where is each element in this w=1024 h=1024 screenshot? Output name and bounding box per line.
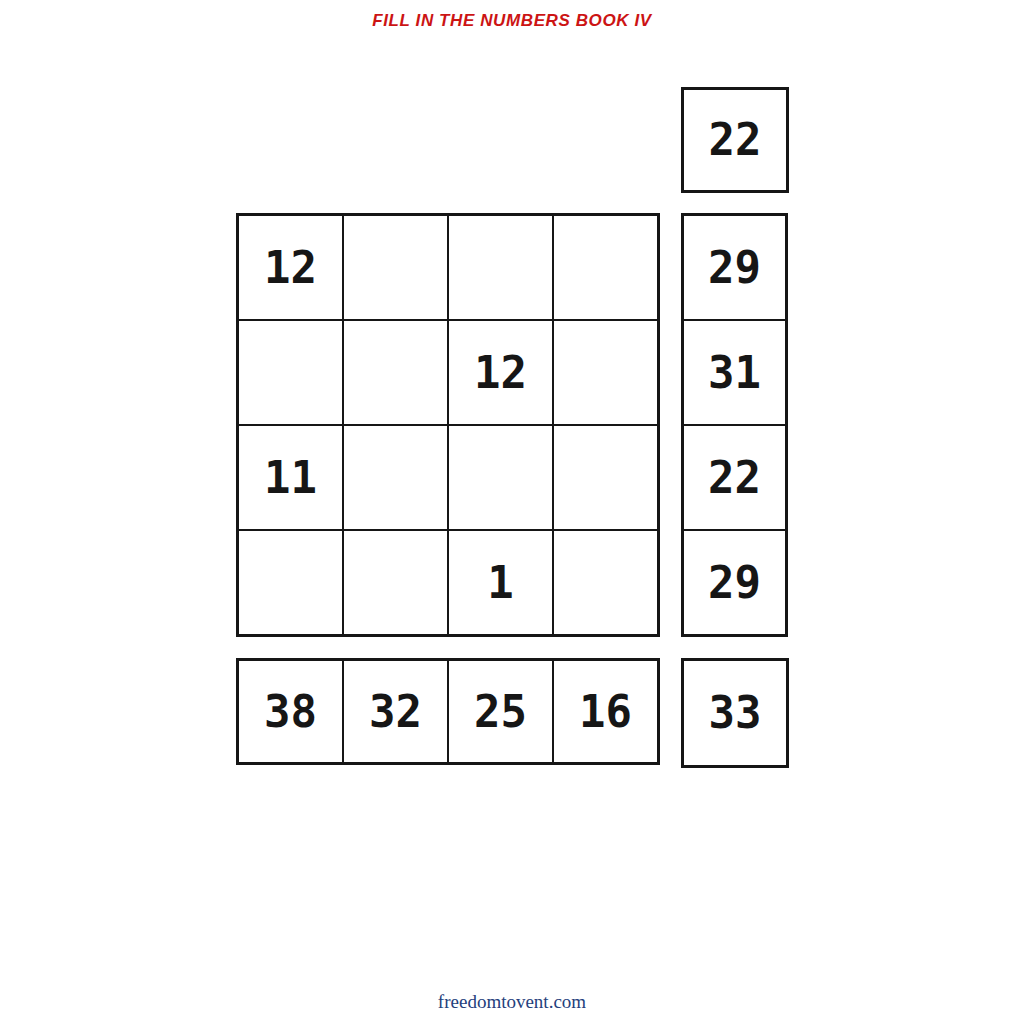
row-sum-3-value: 22 [708,456,761,500]
grid-cell-r1c4[interactable] [553,215,658,320]
col-sums-row: 38 32 25 16 [236,658,660,765]
grid-cell-r4c3-value: 1 [487,561,514,605]
website-footer: freedomtovent.com [0,991,1024,1013]
diagonal-up-sum-value: 22 [709,118,762,162]
row-sum-4: 29 [683,530,786,635]
grid-cell-r2c2[interactable] [343,320,448,425]
grid-cell-r2c3: 12 [448,320,553,425]
col-sum-1-value: 38 [264,690,317,734]
diagonal-down-sum-box: 33 [681,658,789,768]
diagonal-down-sum-value: 33 [709,691,762,735]
grid-cell-r4c1[interactable] [238,530,343,635]
row-sum-1-value: 29 [708,246,761,290]
col-sum-3-value: 25 [474,690,527,734]
col-sum-4-value: 16 [579,690,632,734]
col-sum-2: 32 [343,660,448,763]
grid-cell-r3c4[interactable] [553,425,658,530]
grid-cell-r3c3[interactable] [448,425,553,530]
main-grid: 12 12 11 1 [236,213,660,637]
row-sum-1: 29 [683,215,786,320]
row-sum-3: 22 [683,425,786,530]
col-sum-3: 25 [448,660,553,763]
grid-cell-r4c4[interactable] [553,530,658,635]
puzzle-page: FILL IN THE NUMBERS BOOK IV 22 12 12 11 … [0,0,1024,1024]
row-sum-2-value: 31 [708,351,761,395]
row-sums-column: 29 31 22 29 [681,213,788,637]
grid-cell-r3c1: 11 [238,425,343,530]
grid-cell-r3c1-value: 11 [264,456,317,500]
row-sum-4-value: 29 [708,561,761,605]
grid-cell-r2c1[interactable] [238,320,343,425]
grid-cell-r1c2[interactable] [343,215,448,320]
col-sum-1: 38 [238,660,343,763]
grid-cell-r1c1: 12 [238,215,343,320]
row-sum-2: 31 [683,320,786,425]
grid-cell-r3c2[interactable] [343,425,448,530]
puzzle-title: FILL IN THE NUMBERS BOOK IV [0,11,1024,31]
col-sum-4: 16 [553,660,658,763]
col-sum-2-value: 32 [369,690,422,734]
grid-cell-r2c4[interactable] [553,320,658,425]
grid-cell-r2c3-value: 12 [474,351,527,395]
diagonal-up-sum-box: 22 [681,87,789,193]
grid-cell-r4c3: 1 [448,530,553,635]
grid-cell-r1c3[interactable] [448,215,553,320]
grid-cell-r4c2[interactable] [343,530,448,635]
grid-cell-r1c1-value: 12 [264,246,317,290]
